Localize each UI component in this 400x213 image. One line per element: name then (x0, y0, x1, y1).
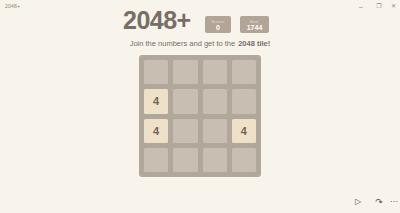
tile-4-r3c4: 4 (232, 119, 256, 143)
more-options-icon[interactable]: ⋯ (386, 195, 400, 209)
subtitle-text: Join the numbers and get to the (130, 39, 236, 48)
board[interactable]: 444 (139, 55, 261, 177)
restore-icon[interactable]: ❐ (371, 0, 387, 12)
empty-cell-r4c3 (203, 148, 227, 172)
minimize-icon[interactable]: – (353, 0, 369, 12)
empty-cell-r4c4 (232, 148, 256, 172)
close-icon[interactable]: ✕ (387, 0, 400, 12)
empty-cell-r2c4 (232, 89, 256, 113)
empty-cell-r1c1 (144, 60, 168, 84)
new-game-icon[interactable]: ▷ (350, 195, 366, 209)
tile-4-r3c1: 4 (144, 119, 168, 143)
best-box: Best 1744 (240, 16, 269, 33)
empty-cell-r4c1 (144, 148, 168, 172)
empty-cell-r2c2 (173, 89, 197, 113)
title-bar: 2048+ – ❐ ✕ (0, 0, 400, 12)
page-title: 2048+ (123, 6, 191, 34)
empty-cell-r4c2 (173, 148, 197, 172)
empty-cell-r1c4 (232, 60, 256, 84)
empty-cell-r2c3 (203, 89, 227, 113)
score-label: Scores (211, 18, 224, 23)
best-value: 1744 (247, 24, 263, 32)
subtitle: Join the numbers and get to the2048 tile… (0, 39, 400, 48)
empty-cell-r3c3 (203, 119, 227, 143)
tile-4-r2c1: 4 (144, 89, 168, 113)
subtitle-goal: 2048 tile! (238, 39, 270, 48)
empty-cell-r1c3 (203, 60, 227, 84)
score-value: 0 (216, 24, 220, 32)
best-label: Best (250, 18, 259, 23)
undo-icon[interactable]: ↷ (371, 195, 387, 209)
empty-cell-r3c2 (173, 119, 197, 143)
score-box: Scores 0 (205, 16, 231, 33)
empty-cell-r1c2 (173, 60, 197, 84)
window-title: 2048+ (5, 3, 20, 9)
